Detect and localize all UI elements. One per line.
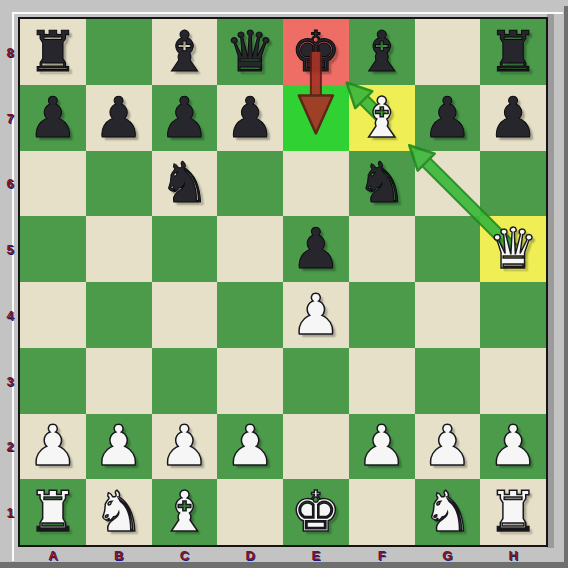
empty-f5 <box>349 216 415 282</box>
rank-label-5: 5 <box>1 242 19 257</box>
piece-white-pawn-g2[interactable]: ♟ <box>415 414 481 480</box>
frame-edge-right <box>564 6 568 568</box>
piece-white-pawn-b2[interactable]: ♟ <box>86 414 152 480</box>
empty-h6 <box>480 151 546 217</box>
empty-d3 <box>217 348 283 414</box>
empty-e3 <box>283 348 349 414</box>
file-label-B: B <box>114 548 123 563</box>
piece-black-knight-f6[interactable]: ♞ <box>349 151 415 217</box>
empty-c3 <box>152 348 218 414</box>
piece-black-queen-d8[interactable]: ♛ <box>217 19 283 85</box>
empty-a6 <box>20 151 86 217</box>
piece-black-pawn-d7[interactable]: ♟ <box>217 85 283 151</box>
empty-b4 <box>86 282 152 348</box>
empty-a3 <box>20 348 86 414</box>
empty-e6 <box>283 151 349 217</box>
empty-d6 <box>217 151 283 217</box>
piece-white-queen-h5[interactable]: ♛ <box>480 216 546 282</box>
frame-bevel-top <box>12 12 563 14</box>
piece-white-rook-a1[interactable]: ♜ <box>20 479 86 545</box>
piece-white-pawn-h2[interactable]: ♟ <box>480 414 546 480</box>
piece-white-pawn-a2[interactable]: ♟ <box>20 414 86 480</box>
empty-d4 <box>217 282 283 348</box>
empty-g5 <box>415 216 481 282</box>
piece-black-pawn-c7[interactable]: ♟ <box>152 85 218 151</box>
piece-white-knight-g1[interactable]: ♞ <box>415 479 481 545</box>
board-pieces: ♜♝♛♚♝♜♟♟♟♟♝♟♟♞♞♟♛♟♟♟♟♟♟♟♟♜♞♝♚♞♜ <box>20 19 546 545</box>
file-label-D: D <box>245 548 254 563</box>
piece-white-bishop-f7[interactable]: ♝ <box>349 85 415 151</box>
empty-b3 <box>86 348 152 414</box>
file-label-A: A <box>48 548 57 563</box>
empty-g4 <box>415 282 481 348</box>
empty-b5 <box>86 216 152 282</box>
empty-h3 <box>480 348 546 414</box>
rank-label-4: 4 <box>1 307 19 322</box>
chess-board: ♜♝♛♚♝♜♟♟♟♟♝♟♟♞♞♟♛♟♟♟♟♟♟♟♟♜♞♝♚♞♜ <box>20 19 546 545</box>
piece-white-knight-b1[interactable]: ♞ <box>86 479 152 545</box>
piece-black-knight-c6[interactable]: ♞ <box>152 151 218 217</box>
empty-f1 <box>349 479 415 545</box>
empty-d5 <box>217 216 283 282</box>
empty-d1 <box>217 479 283 545</box>
piece-black-rook-a8[interactable]: ♜ <box>20 19 86 85</box>
frame-edge-bottom <box>0 562 568 568</box>
piece-black-pawn-e5[interactable]: ♟ <box>283 216 349 282</box>
empty-e7 <box>283 85 349 151</box>
piece-black-bishop-f8[interactable]: ♝ <box>349 19 415 85</box>
rank-label-8: 8 <box>1 44 19 59</box>
piece-black-rook-h8[interactable]: ♜ <box>480 19 546 85</box>
piece-black-pawn-h7[interactable]: ♟ <box>480 85 546 151</box>
piece-white-pawn-c2[interactable]: ♟ <box>152 414 218 480</box>
empty-f3 <box>349 348 415 414</box>
chess-app-window: { "game": "chess", "position": { "fen": … <box>0 0 568 568</box>
piece-white-bishop-c1[interactable]: ♝ <box>152 479 218 545</box>
empty-b8 <box>86 19 152 85</box>
empty-c4 <box>152 282 218 348</box>
empty-a5 <box>20 216 86 282</box>
rank-label-6: 6 <box>1 176 19 191</box>
empty-e2 <box>283 414 349 480</box>
empty-f4 <box>349 282 415 348</box>
rank-label-3: 3 <box>1 373 19 388</box>
empty-g6 <box>415 151 481 217</box>
piece-black-bishop-c8[interactable]: ♝ <box>152 19 218 85</box>
piece-white-pawn-f2[interactable]: ♟ <box>349 414 415 480</box>
piece-white-rook-h1[interactable]: ♜ <box>480 479 546 545</box>
piece-white-pawn-d2[interactable]: ♟ <box>217 414 283 480</box>
empty-a4 <box>20 282 86 348</box>
piece-black-pawn-b7[interactable]: ♟ <box>86 85 152 151</box>
empty-h4 <box>480 282 546 348</box>
empty-g8 <box>415 19 481 85</box>
file-label-G: G <box>442 548 452 563</box>
empty-g3 <box>415 348 481 414</box>
rank-label-2: 2 <box>1 439 19 454</box>
empty-c5 <box>152 216 218 282</box>
file-label-E: E <box>312 548 321 563</box>
piece-white-king-e1[interactable]: ♚ <box>283 479 349 545</box>
piece-black-pawn-g7[interactable]: ♟ <box>415 85 481 151</box>
piece-white-pawn-e4[interactable]: ♟ <box>283 282 349 348</box>
file-label-H: H <box>508 548 517 563</box>
piece-black-king-e8[interactable]: ♚ <box>283 19 349 85</box>
piece-black-pawn-a7[interactable]: ♟ <box>20 85 86 151</box>
file-label-C: C <box>180 548 189 563</box>
rank-label-1: 1 <box>1 505 19 520</box>
frame-bevel-left <box>12 12 14 561</box>
empty-b6 <box>86 151 152 217</box>
board-drop-shadow <box>547 14 554 548</box>
file-label-F: F <box>378 548 386 563</box>
rank-label-7: 7 <box>1 110 19 125</box>
